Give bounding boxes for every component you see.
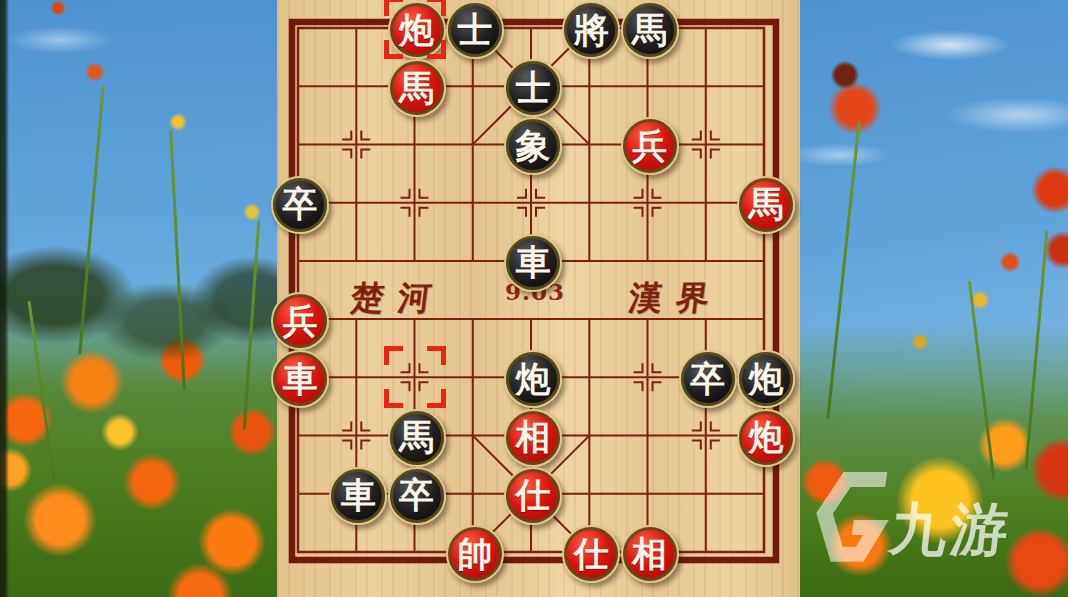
flower-stem <box>169 130 186 390</box>
xiangqi-board: 楚河 漢界 9.03 炮士將馬馬士象兵卒馬車兵車炮卒炮馬相炮車卒仕帥仕相 <box>277 0 800 597</box>
river-label-left: 楚河 <box>348 276 448 321</box>
piece-馬-black[interactable]: 馬 <box>621 1 679 59</box>
flower-stem <box>243 220 261 430</box>
flower-stem <box>78 85 105 354</box>
flower-stem <box>826 121 860 420</box>
piece-車-black[interactable]: 車 <box>329 467 387 525</box>
piece-士-black[interactable]: 士 <box>446 1 504 59</box>
piece-兵-red[interactable]: 兵 <box>271 292 329 350</box>
piece-炮-red[interactable]: 炮 <box>388 1 446 59</box>
piece-兵-red[interactable]: 兵 <box>621 117 679 175</box>
flower-stem <box>27 301 55 480</box>
piece-相-red[interactable]: 相 <box>621 525 679 583</box>
piece-士-black[interactable]: 士 <box>504 59 562 117</box>
background-right-flowers <box>800 0 1068 597</box>
piece-帥-red[interactable]: 帥 <box>446 525 504 583</box>
flower-stem <box>968 281 995 480</box>
scene: 楚河 漢界 9.03 炮士將馬馬士象兵卒馬車兵車炮卒炮馬相炮車卒仕帥仕相 九游 <box>0 0 1068 597</box>
piece-炮-red[interactable]: 炮 <box>737 409 795 467</box>
piece-卒-black[interactable]: 卒 <box>271 176 329 234</box>
piece-馬-black[interactable]: 馬 <box>388 409 446 467</box>
piece-相-red[interactable]: 相 <box>504 409 562 467</box>
piece-仕-red[interactable]: 仕 <box>562 525 620 583</box>
piece-馬-red[interactable]: 馬 <box>737 176 795 234</box>
piece-象-black[interactable]: 象 <box>504 117 562 175</box>
background-left-flowers <box>0 0 277 597</box>
piece-炮-black[interactable]: 炮 <box>504 350 562 408</box>
piece-卒-black[interactable]: 卒 <box>679 350 737 408</box>
piece-車-red[interactable]: 車 <box>271 350 329 408</box>
river-label-right: 漢界 <box>626 276 726 321</box>
piece-卒-black[interactable]: 卒 <box>388 467 446 525</box>
flower-stem <box>1025 230 1049 469</box>
piece-車-black[interactable]: 車 <box>504 234 562 292</box>
piece-將-black[interactable]: 將 <box>562 1 620 59</box>
piece-炮-black[interactable]: 炮 <box>737 350 795 408</box>
piece-馬-red[interactable]: 馬 <box>388 59 446 117</box>
piece-仕-red[interactable]: 仕 <box>504 467 562 525</box>
